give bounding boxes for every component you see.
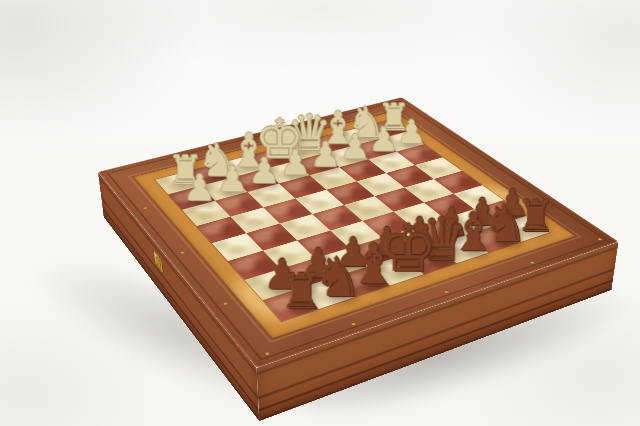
chess-case: ♜♞♝♚♛♝♞♜♟♟♟♟♟♟♟♟♟♟♟♟♟♟♟♟♜♞♝♚♛♝♞♜ xyxy=(98,97,619,368)
backdrop: ♜♞♝♚♛♝♞♜♟♟♟♟♟♟♟♟♟♟♟♟♟♟♟♟♜♞♝♚♛♝♞♜ xyxy=(0,0,640,426)
piece-white-pawn[interactable]: ♟ xyxy=(397,116,426,149)
piece-white-pawn[interactable]: ♟ xyxy=(369,123,399,156)
piece-white-pawn[interactable]: ♟ xyxy=(216,162,248,198)
piece-white-pawn[interactable]: ♟ xyxy=(340,130,370,164)
piece-white-pawn[interactable]: ♟ xyxy=(183,170,215,206)
board-top: ♜♞♝♚♛♝♞♜♟♟♟♟♟♟♟♟♟♟♟♟♟♟♟♟♜♞♝♚♛♝♞♜ xyxy=(98,97,619,368)
piece-red-rook[interactable]: ♜ xyxy=(280,268,323,316)
piece-white-pawn[interactable]: ♟ xyxy=(249,154,280,189)
brass-latch-icon xyxy=(154,250,163,273)
piece-white-pawn[interactable]: ♟ xyxy=(310,138,341,172)
piece-white-pawn[interactable]: ♟ xyxy=(280,146,311,181)
